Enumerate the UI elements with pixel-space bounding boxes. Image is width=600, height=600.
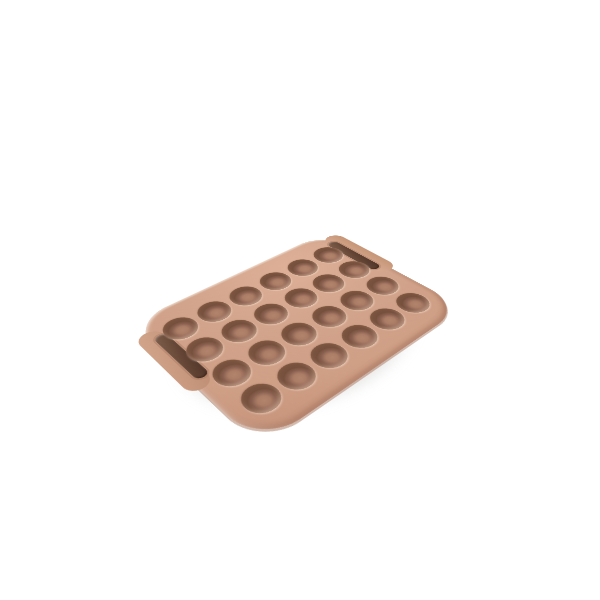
muffin-pan	[130, 233, 464, 447]
product-photo-stage	[0, 0, 600, 600]
pan-scene	[110, 170, 490, 460]
